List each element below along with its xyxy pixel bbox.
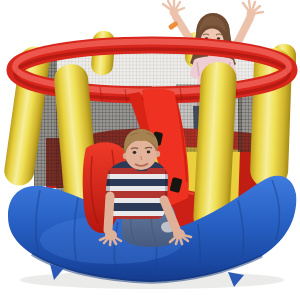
bouncer-photo: Inflatable bouncer with two children pla… [0, 0, 300, 300]
boy-right-arm [108, 196, 110, 230]
bouncer-illustration: Inflatable bouncer with two children pla… [0, 0, 300, 300]
